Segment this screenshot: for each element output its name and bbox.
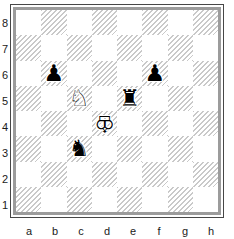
square-e1 [117, 187, 142, 212]
square-g4 [168, 111, 193, 136]
rank-label-1: 1 [0, 192, 10, 218]
file-labels: abcdefgh [10, 224, 230, 239]
square-c6 [67, 61, 92, 86]
square-c4 [67, 111, 92, 136]
square-b1 [41, 187, 66, 212]
square-b4 [41, 111, 66, 136]
square-a4 [16, 111, 41, 136]
square-a6 [16, 61, 41, 86]
square-f4 [142, 111, 167, 136]
file-label-f: f [146, 224, 172, 239]
black-pawn: ♟ [142, 61, 167, 86]
square-g6 [168, 61, 193, 86]
square-f1 [142, 187, 167, 212]
black-pawn: ♟ [41, 61, 66, 86]
square-h8 [193, 10, 218, 35]
square-b2 [41, 162, 66, 187]
chess-board: ♟♟♘♜♔♞ [13, 7, 221, 215]
square-g3 [168, 136, 193, 161]
square-e4 [117, 111, 142, 136]
square-c8 [67, 10, 92, 35]
square-e3 [117, 136, 142, 161]
square-d1 [92, 187, 117, 212]
rank-label-2: 2 [0, 166, 10, 192]
square-a3 [16, 136, 41, 161]
file-label-e: e [120, 224, 146, 239]
square-f7 [142, 35, 167, 60]
white-knight: ♘ [67, 86, 92, 111]
square-f3 [142, 136, 167, 161]
square-b3 [41, 136, 66, 161]
square-c1 [67, 187, 92, 212]
square-g8 [168, 10, 193, 35]
rank-label-4: 4 [0, 114, 10, 140]
square-a7 [16, 35, 41, 60]
square-a2 [16, 162, 41, 187]
rank-label-6: 6 [0, 62, 10, 88]
square-e7 [117, 35, 142, 60]
file-label-a: a [16, 224, 42, 239]
square-c7 [67, 35, 92, 60]
rank-label-3: 3 [0, 140, 10, 166]
square-b8 [41, 10, 66, 35]
square-f6: ♟ [142, 61, 167, 86]
square-d2 [92, 162, 117, 187]
square-e5: ♜ [117, 86, 142, 111]
square-d6 [92, 61, 117, 86]
square-b7 [41, 35, 66, 60]
file-label-b: b [42, 224, 68, 239]
square-d3 [92, 136, 117, 161]
board-frame: ♟♟♘♜♔♞ [10, 4, 224, 218]
square-h6 [193, 61, 218, 86]
square-f8 [142, 10, 167, 35]
square-a1 [16, 187, 41, 212]
black-rook: ♜ [117, 86, 142, 111]
square-b6: ♟ [41, 61, 66, 86]
square-c5: ♘ [67, 86, 92, 111]
square-d5 [92, 86, 117, 111]
square-h5 [193, 86, 218, 111]
square-h1 [193, 187, 218, 212]
square-h2 [193, 162, 218, 187]
square-c3: ♞ [67, 136, 92, 161]
white-king: ♔ [92, 111, 117, 136]
chess-diagram: 87654321 ♟♟♘♜♔♞ abcdefgh [0, 4, 234, 239]
file-label-g: g [172, 224, 198, 239]
square-e2 [117, 162, 142, 187]
rank-label-8: 8 [0, 10, 10, 36]
rank-label-5: 5 [0, 88, 10, 114]
square-e6 [117, 61, 142, 86]
square-f5 [142, 86, 167, 111]
square-g5 [168, 86, 193, 111]
file-label-c: c [68, 224, 94, 239]
square-d7 [92, 35, 117, 60]
file-label-h: h [198, 224, 224, 239]
square-b5 [41, 86, 66, 111]
square-c2 [67, 162, 92, 187]
square-a5 [16, 86, 41, 111]
square-f2 [142, 162, 167, 187]
square-g7 [168, 35, 193, 60]
square-d4: ♔ [92, 111, 117, 136]
square-d8 [92, 10, 117, 35]
square-g1 [168, 187, 193, 212]
rank-labels: 87654321 [0, 4, 10, 224]
square-g2 [168, 162, 193, 187]
file-label-d: d [94, 224, 120, 239]
black-knight: ♞ [67, 136, 92, 161]
square-a8 [16, 10, 41, 35]
square-e8 [117, 10, 142, 35]
square-h7 [193, 35, 218, 60]
square-h3 [193, 136, 218, 161]
square-h4 [193, 111, 218, 136]
rank-label-7: 7 [0, 36, 10, 62]
